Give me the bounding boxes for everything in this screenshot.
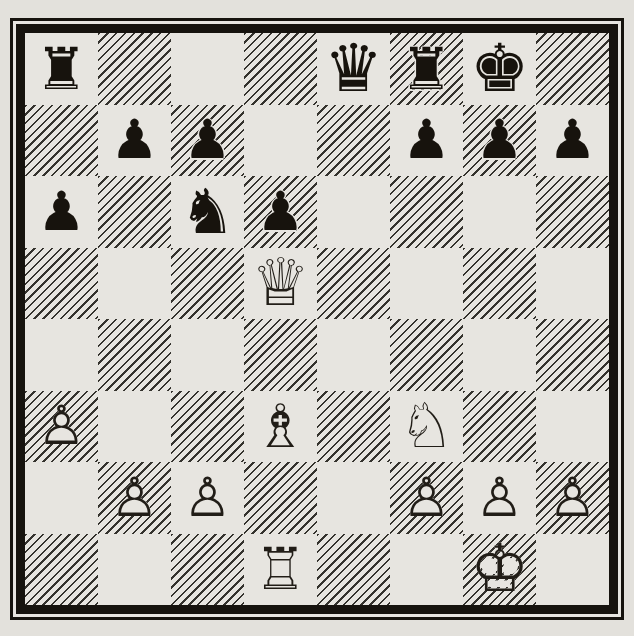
square-e3[interactable] — [317, 391, 390, 463]
paper-background: ♜♛♜♚♟♟♟♟♟♟♞♟♛♕♟♙♝♗♞♘♟♙♟♙♟♙♟♙♟♙♜♖♚♔ — [0, 0, 634, 636]
piece-white-pawn: ♟♙ — [37, 399, 85, 453]
piece-white-knight: ♞♘ — [399, 395, 455, 457]
king-glyph: ♔ — [470, 536, 529, 602]
square-h6[interactable] — [536, 176, 609, 248]
square-h4[interactable] — [536, 319, 609, 391]
piece-black-pawn: ♟ — [183, 113, 231, 167]
square-e7[interactable] — [317, 105, 390, 177]
piece-white-bishop: ♝♗ — [254, 396, 308, 456]
piece-black-knight: ♞ — [180, 181, 236, 243]
pawn-glyph: ♙ — [183, 471, 231, 525]
bishop-glyph: ♗ — [254, 396, 308, 456]
square-b4[interactable] — [98, 319, 171, 391]
square-f5[interactable] — [390, 248, 463, 320]
queen-glyph: ♛ — [324, 36, 383, 102]
square-g2[interactable]: ♟♙ — [463, 462, 536, 534]
square-e1[interactable] — [317, 534, 390, 606]
square-d2[interactable] — [244, 462, 317, 534]
square-c6[interactable]: ♞ — [171, 176, 244, 248]
square-c7[interactable]: ♟ — [171, 105, 244, 177]
square-a4[interactable] — [25, 319, 98, 391]
piece-black-pawn: ♟ — [548, 113, 596, 167]
square-d4[interactable] — [244, 319, 317, 391]
square-d1[interactable]: ♜♖ — [244, 534, 317, 606]
square-f6[interactable] — [390, 176, 463, 248]
piece-white-queen: ♛♕ — [251, 250, 310, 316]
square-a8[interactable]: ♜ — [25, 33, 98, 105]
piece-black-king: ♚ — [470, 36, 529, 102]
square-b5[interactable] — [98, 248, 171, 320]
piece-white-pawn: ♟♙ — [110, 471, 158, 525]
queen-glyph: ♕ — [251, 250, 310, 316]
piece-white-pawn: ♟♙ — [475, 471, 523, 525]
square-a6[interactable]: ♟ — [25, 176, 98, 248]
square-e8[interactable]: ♛ — [317, 33, 390, 105]
pawn-glyph: ♟ — [402, 113, 450, 167]
pawn-glyph: ♟ — [110, 113, 158, 167]
piece-white-king: ♚♔ — [470, 536, 529, 602]
knight-glyph: ♘ — [399, 395, 455, 457]
square-a7[interactable] — [25, 105, 98, 177]
square-a3[interactable]: ♟♙ — [25, 391, 98, 463]
square-f7[interactable]: ♟ — [390, 105, 463, 177]
rook-glyph: ♜ — [36, 40, 88, 98]
square-c1[interactable] — [171, 534, 244, 606]
piece-black-pawn: ♟ — [110, 113, 158, 167]
square-d6[interactable]: ♟ — [244, 176, 317, 248]
square-e4[interactable] — [317, 319, 390, 391]
pawn-glyph: ♙ — [37, 399, 85, 453]
square-a5[interactable] — [25, 248, 98, 320]
square-a1[interactable] — [25, 534, 98, 606]
pawn-glyph: ♙ — [402, 471, 450, 525]
square-g8[interactable]: ♚ — [463, 33, 536, 105]
square-g1[interactable]: ♚♔ — [463, 534, 536, 606]
square-g5[interactable] — [463, 248, 536, 320]
pawn-glyph: ♟ — [256, 185, 304, 239]
pawn-glyph: ♟ — [475, 113, 523, 167]
square-b3[interactable] — [98, 391, 171, 463]
square-h3[interactable] — [536, 391, 609, 463]
square-h2[interactable]: ♟♙ — [536, 462, 609, 534]
square-c8[interactable] — [171, 33, 244, 105]
piece-black-rook: ♜ — [401, 40, 453, 98]
square-f2[interactable]: ♟♙ — [390, 462, 463, 534]
piece-white-pawn: ♟♙ — [183, 471, 231, 525]
square-c2[interactable]: ♟♙ — [171, 462, 244, 534]
square-f4[interactable] — [390, 319, 463, 391]
piece-black-rook: ♜ — [36, 40, 88, 98]
pawn-glyph: ♟ — [37, 185, 85, 239]
piece-black-pawn: ♟ — [37, 185, 85, 239]
square-c3[interactable] — [171, 391, 244, 463]
square-g3[interactable] — [463, 391, 536, 463]
piece-black-pawn: ♟ — [402, 113, 450, 167]
square-f8[interactable]: ♜ — [390, 33, 463, 105]
pawn-glyph: ♙ — [475, 471, 523, 525]
board-inner-border: ♜♛♜♚♟♟♟♟♟♟♞♟♛♕♟♙♝♗♞♘♟♙♟♙♟♙♟♙♟♙♜♖♚♔ — [16, 24, 618, 614]
square-a2[interactable] — [25, 462, 98, 534]
square-h1[interactable] — [536, 534, 609, 606]
square-h5[interactable] — [536, 248, 609, 320]
chessboard: ♜♛♜♚♟♟♟♟♟♟♞♟♛♕♟♙♝♗♞♘♟♙♟♙♟♙♟♙♟♙♜♖♚♔ — [25, 33, 609, 605]
square-e6[interactable] — [317, 176, 390, 248]
piece-white-pawn: ♟♙ — [548, 471, 596, 525]
pawn-glyph: ♙ — [110, 471, 158, 525]
rook-glyph: ♜ — [401, 40, 453, 98]
piece-white-rook: ♜♖ — [255, 540, 307, 598]
square-d5[interactable]: ♛♕ — [244, 248, 317, 320]
piece-black-pawn: ♟ — [475, 113, 523, 167]
square-g6[interactable] — [463, 176, 536, 248]
square-b1[interactable] — [98, 534, 171, 606]
square-d7[interactable] — [244, 105, 317, 177]
king-glyph: ♚ — [470, 36, 529, 102]
square-h8[interactable] — [536, 33, 609, 105]
square-g4[interactable] — [463, 319, 536, 391]
piece-black-pawn: ♟ — [256, 185, 304, 239]
square-b7[interactable]: ♟ — [98, 105, 171, 177]
square-g7[interactable]: ♟ — [463, 105, 536, 177]
square-f3[interactable]: ♞♘ — [390, 391, 463, 463]
piece-black-queen: ♛ — [324, 36, 383, 102]
square-c5[interactable] — [171, 248, 244, 320]
knight-glyph: ♞ — [180, 181, 236, 243]
square-h7[interactable]: ♟ — [536, 105, 609, 177]
square-b2[interactable]: ♟♙ — [98, 462, 171, 534]
rook-glyph: ♖ — [255, 540, 307, 598]
square-f1[interactable] — [390, 534, 463, 606]
pawn-glyph: ♙ — [548, 471, 596, 525]
square-e5[interactable] — [317, 248, 390, 320]
piece-white-pawn: ♟♙ — [402, 471, 450, 525]
pawn-glyph: ♟ — [548, 113, 596, 167]
square-b6[interactable] — [98, 176, 171, 248]
square-e2[interactable] — [317, 462, 390, 534]
pawn-glyph: ♟ — [183, 113, 231, 167]
square-b8[interactable] — [98, 33, 171, 105]
square-d3[interactable]: ♝♗ — [244, 391, 317, 463]
board-frame: ♜♛♜♚♟♟♟♟♟♟♞♟♛♕♟♙♝♗♞♘♟♙♟♙♟♙♟♙♟♙♜♖♚♔ — [10, 18, 624, 620]
square-d8[interactable] — [244, 33, 317, 105]
square-c4[interactable] — [171, 319, 244, 391]
